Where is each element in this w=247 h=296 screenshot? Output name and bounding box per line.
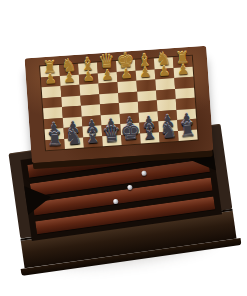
chess-piece: ♞ — [155, 50, 171, 68]
product-photo-stage: ♜♞♝♛♚♝♞♜♟♟♟♟♟♟♟♟♟♟♟♟♟♟♟♟♜♞♝♛♚♝♞♜ — [0, 0, 247, 296]
board-grid: ♜♞♝♛♚♝♞♜♟♟♟♟♟♟♟♟♟♟♟♟♟♟♟♟♜♞♝♛♚♝♞♜ — [39, 55, 199, 152]
board-square: ♛ — [102, 134, 122, 146]
board-square: ♞ — [64, 137, 84, 149]
chess-piece: ♚ — [116, 49, 135, 70]
board-square: ♜ — [178, 129, 198, 141]
chess-piece: ♜ — [42, 59, 57, 76]
chess-piece: ♞ — [60, 56, 76, 74]
board-square: ♝ — [140, 132, 160, 144]
board-square: ♝ — [83, 136, 103, 148]
chess-piece: ♝ — [136, 51, 152, 69]
board-square: ♚ — [121, 133, 141, 145]
chess-piece: ♜ — [175, 49, 190, 66]
chessboard: ♜♞♝♛♚♝♞♜♟♟♟♟♟♟♟♟♟♟♟♟♟♟♟♟♜♞♝♛♚♝♞♜ — [25, 46, 214, 163]
board-square: ♞ — [159, 130, 179, 142]
chess-piece: ♝ — [79, 55, 95, 73]
board-frame: ♜♞♝♛♚♝♞♜♟♟♟♟♟♟♟♟♟♟♟♟♟♟♟♟♜♞♝♛♚♝♞♜ — [25, 46, 214, 163]
board-square: ♜ — [45, 138, 65, 150]
case-corner-compartment-left — [23, 182, 53, 215]
chess-piece: ♛ — [98, 52, 116, 72]
